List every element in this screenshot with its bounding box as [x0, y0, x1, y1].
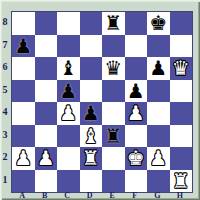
white-rook: ♜	[82, 147, 100, 170]
file-label-d: D	[79, 192, 102, 200]
square-e7[interactable]	[102, 35, 125, 58]
square-h6[interactable]: ♛	[170, 57, 193, 80]
rank-label-3: 3	[0, 124, 10, 147]
square-a6[interactable]	[12, 57, 35, 80]
square-a5[interactable]	[12, 80, 35, 103]
square-g7[interactable]	[147, 35, 170, 58]
square-f8[interactable]	[125, 12, 148, 35]
square-h2[interactable]	[170, 147, 193, 170]
square-c3[interactable]	[57, 125, 80, 148]
square-d1[interactable]	[80, 170, 103, 193]
white-rook: ♜	[172, 170, 190, 193]
square-c6[interactable]: ♝	[57, 57, 80, 80]
rank-label-4: 4	[0, 101, 10, 124]
square-a4[interactable]	[12, 102, 35, 125]
rank-label-5: 5	[0, 79, 10, 102]
black-rook: ♜	[104, 12, 122, 35]
square-h3[interactable]	[170, 125, 193, 148]
square-e1[interactable]	[102, 170, 125, 193]
square-e6[interactable]: ♛	[102, 57, 125, 80]
white-bishop: ♝	[82, 125, 100, 148]
rank-label-8: 8	[0, 11, 10, 34]
square-h5[interactable]	[170, 80, 193, 103]
square-a8[interactable]	[12, 12, 35, 35]
square-g4[interactable]	[147, 102, 170, 125]
file-label-b: B	[34, 192, 57, 200]
white-pawn: ♟	[149, 147, 167, 170]
square-c8[interactable]	[57, 12, 80, 35]
square-f2[interactable]: ♚	[125, 147, 148, 170]
white-pawn: ♟	[59, 102, 77, 125]
square-e8[interactable]: ♜	[102, 12, 125, 35]
black-rook: ♜	[104, 125, 122, 148]
square-c5[interactable]: ♟	[57, 80, 80, 103]
square-d8[interactable]	[80, 12, 103, 35]
file-label-c: C	[56, 192, 79, 200]
square-c7[interactable]	[57, 35, 80, 58]
square-d3[interactable]: ♝	[80, 125, 103, 148]
black-pawn: ♟	[59, 80, 77, 103]
square-f1[interactable]	[125, 170, 148, 193]
rank-label-7: 7	[0, 34, 10, 57]
square-d5[interactable]	[80, 80, 103, 103]
square-e3[interactable]: ♜	[102, 125, 125, 148]
square-f7[interactable]	[125, 35, 148, 58]
white-queen: ♛	[172, 57, 190, 80]
square-e2[interactable]	[102, 147, 125, 170]
square-d4[interactable]: ♟	[80, 102, 103, 125]
black-pawn: ♟	[14, 35, 32, 58]
square-f5[interactable]: ♟	[125, 80, 148, 103]
rank-label-6: 6	[0, 56, 10, 79]
square-c4[interactable]: ♟	[57, 102, 80, 125]
square-a1[interactable]	[12, 170, 35, 193]
square-f6[interactable]	[125, 57, 148, 80]
square-h4[interactable]	[170, 102, 193, 125]
white-pawn: ♟	[37, 147, 55, 170]
square-g1[interactable]	[147, 170, 170, 193]
white-pawn: ♟	[127, 102, 145, 125]
square-d6[interactable]	[80, 57, 103, 80]
black-queen: ♛	[104, 57, 122, 80]
square-a3[interactable]	[12, 125, 35, 148]
square-d2[interactable]: ♜	[80, 147, 103, 170]
chess-diagram: ♜♚♟♝♛♟♛♟♟♟♟♟♝♜♟♟♜♚♟♜ 87654321ABCDEFGH	[0, 0, 200, 200]
square-g5[interactable]	[147, 80, 170, 103]
square-f4[interactable]: ♟	[125, 102, 148, 125]
square-b4[interactable]	[35, 102, 58, 125]
square-b3[interactable]	[35, 125, 58, 148]
file-label-a: A	[11, 192, 34, 200]
square-a2[interactable]: ♟	[12, 147, 35, 170]
square-c2[interactable]	[57, 147, 80, 170]
chess-board: ♜♚♟♝♛♟♛♟♟♟♟♟♝♜♟♟♜♚♟♜	[11, 11, 193, 193]
square-b2[interactable]: ♟	[35, 147, 58, 170]
square-b8[interactable]	[35, 12, 58, 35]
rank-label-1: 1	[0, 169, 10, 192]
square-g6[interactable]: ♟	[147, 57, 170, 80]
black-king: ♚	[149, 12, 167, 35]
white-pawn: ♟	[14, 147, 32, 170]
square-h8[interactable]	[170, 12, 193, 35]
square-b7[interactable]	[35, 35, 58, 58]
square-b1[interactable]	[35, 170, 58, 193]
black-pawn: ♟	[127, 80, 145, 103]
square-a7[interactable]: ♟	[12, 35, 35, 58]
black-pawn: ♟	[149, 57, 167, 80]
file-label-g: G	[146, 192, 169, 200]
black-bishop: ♝	[59, 57, 77, 80]
black-pawn: ♟	[82, 102, 100, 125]
square-g2[interactable]: ♟	[147, 147, 170, 170]
square-g8[interactable]: ♚	[147, 12, 170, 35]
file-label-f: F	[124, 192, 147, 200]
square-g3[interactable]	[147, 125, 170, 148]
file-label-e: E	[101, 192, 124, 200]
file-label-h: H	[169, 192, 192, 200]
square-e4[interactable]	[102, 102, 125, 125]
square-h7[interactable]	[170, 35, 193, 58]
rank-label-2: 2	[0, 146, 10, 169]
square-c1[interactable]	[57, 170, 80, 193]
square-e5[interactable]	[102, 80, 125, 103]
square-d7[interactable]	[80, 35, 103, 58]
square-b6[interactable]	[35, 57, 58, 80]
square-f3[interactable]	[125, 125, 148, 148]
square-b5[interactable]	[35, 80, 58, 103]
white-king: ♚	[127, 147, 145, 170]
square-h1[interactable]: ♜	[170, 170, 193, 193]
